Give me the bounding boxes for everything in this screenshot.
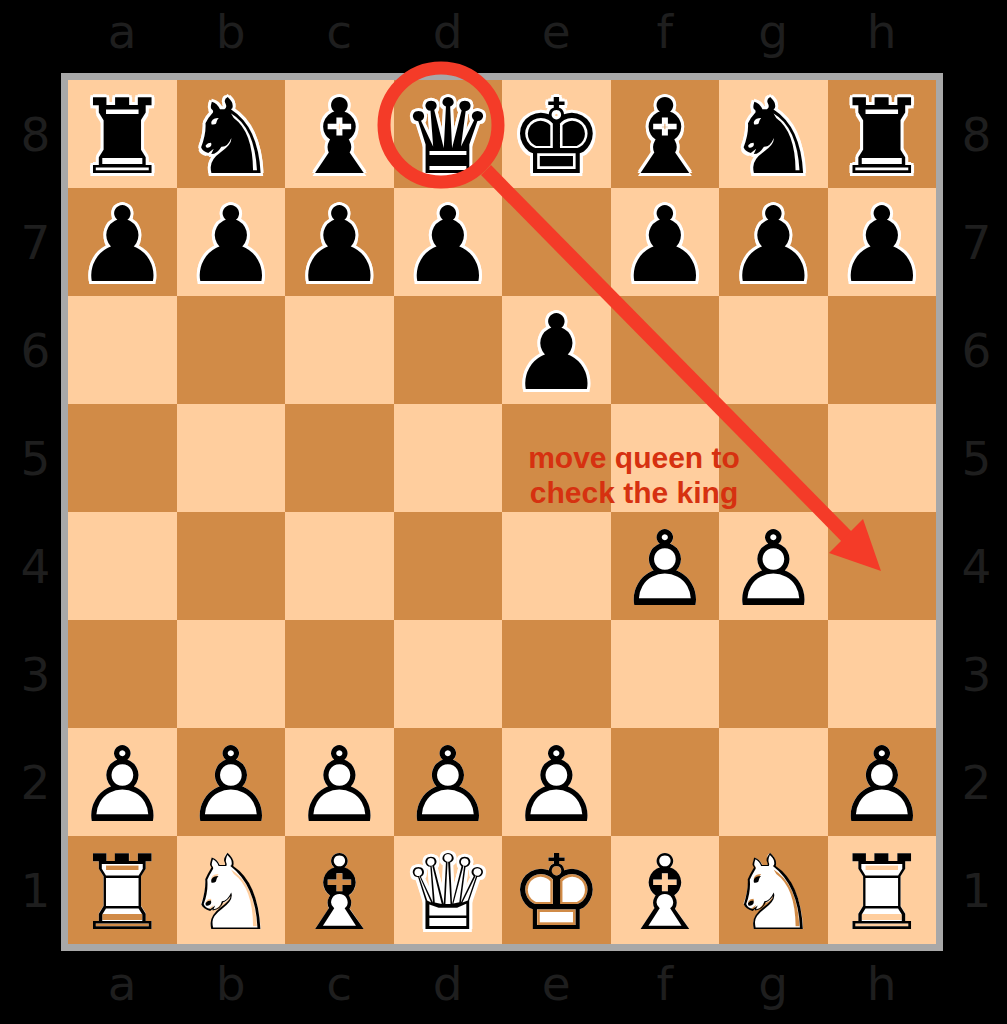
square-a1[interactable]: ♜♖ bbox=[68, 836, 177, 944]
white-king-e1[interactable]: ♚♔ bbox=[510, 841, 603, 945]
square-h2[interactable]: ♟♙ bbox=[828, 728, 937, 836]
chess-board: ♜♞♝♛♚♝♞♜♟♟♟♟♟♟♟♟♟♙♟♙♟♙♟♙♟♙♟♙♟♙♟♙♜♖♞♘♝♗♛♕… bbox=[68, 80, 936, 944]
file-label-d: d bbox=[394, 954, 503, 1012]
square-h6[interactable] bbox=[828, 296, 937, 404]
piece-outline: ♙ bbox=[618, 517, 711, 621]
black-knight-b8[interactable]: ♞ bbox=[184, 85, 277, 189]
rank-label-8: 8 bbox=[949, 80, 1004, 188]
square-d8[interactable]: ♛ bbox=[394, 80, 503, 188]
square-b1[interactable]: ♞♘ bbox=[177, 836, 286, 944]
square-b8[interactable]: ♞ bbox=[177, 80, 286, 188]
square-d3[interactable] bbox=[394, 620, 503, 728]
rank-label-3: 3 bbox=[8, 620, 63, 728]
black-pawn-c7[interactable]: ♟ bbox=[293, 193, 386, 297]
rank-label-5: 5 bbox=[8, 404, 63, 512]
white-rook-h1[interactable]: ♜♖ bbox=[835, 841, 928, 945]
square-e1[interactable]: ♚♔ bbox=[502, 836, 611, 944]
square-g1[interactable]: ♞♘ bbox=[719, 836, 828, 944]
rank-label-1: 1 bbox=[949, 836, 1004, 944]
square-f3[interactable] bbox=[611, 620, 720, 728]
square-b6[interactable] bbox=[177, 296, 286, 404]
square-d4[interactable] bbox=[394, 512, 503, 620]
file-label-a: a bbox=[68, 2, 177, 60]
file-label-d: d bbox=[394, 2, 503, 60]
square-h5[interactable] bbox=[828, 404, 937, 512]
square-g7[interactable]: ♟ bbox=[719, 188, 828, 296]
white-pawn-d2[interactable]: ♟♙ bbox=[401, 733, 494, 837]
square-e5[interactable] bbox=[502, 404, 611, 512]
file-label-e: e bbox=[502, 2, 611, 60]
square-h7[interactable]: ♟ bbox=[828, 188, 937, 296]
white-pawn-e2[interactable]: ♟♙ bbox=[510, 733, 603, 837]
black-bishop-c8[interactable]: ♝ bbox=[293, 85, 386, 189]
chess-diagram: abcdefgh 87654321 ♜♞♝♛♚♝♞♜♟♟♟♟♟♟♟♟♟♙♟♙♟♙… bbox=[0, 0, 1007, 1024]
square-f4[interactable]: ♟♙ bbox=[611, 512, 720, 620]
chess-board-frame: ♜♞♝♛♚♝♞♜♟♟♟♟♟♟♟♟♟♙♟♙♟♙♟♙♟♙♟♙♟♙♟♙♜♖♞♘♝♗♛♕… bbox=[61, 73, 943, 951]
rank-labels-right: 87654321 bbox=[949, 80, 1004, 944]
square-a3[interactable] bbox=[68, 620, 177, 728]
square-b2[interactable]: ♟♙ bbox=[177, 728, 286, 836]
square-f6[interactable] bbox=[611, 296, 720, 404]
rank-label-7: 7 bbox=[8, 188, 63, 296]
square-d2[interactable]: ♟♙ bbox=[394, 728, 503, 836]
black-rook-h8[interactable]: ♜ bbox=[835, 85, 928, 189]
square-e7[interactable] bbox=[502, 188, 611, 296]
black-knight-g8[interactable]: ♞ bbox=[727, 85, 820, 189]
white-pawn-b2[interactable]: ♟♙ bbox=[184, 733, 277, 837]
black-pawn-a7[interactable]: ♟ bbox=[76, 193, 169, 297]
rank-label-2: 2 bbox=[8, 728, 63, 836]
file-label-f: f bbox=[611, 2, 720, 60]
file-label-b: b bbox=[177, 2, 286, 60]
square-e2[interactable]: ♟♙ bbox=[502, 728, 611, 836]
piece-outline: ♖ bbox=[76, 841, 169, 945]
square-a6[interactable] bbox=[68, 296, 177, 404]
white-pawn-f4[interactable]: ♟♙ bbox=[618, 517, 711, 621]
square-d7[interactable]: ♟ bbox=[394, 188, 503, 296]
piece-outline: ♘ bbox=[727, 841, 820, 945]
square-g3[interactable] bbox=[719, 620, 828, 728]
piece-outline: ♘ bbox=[184, 841, 277, 945]
white-queen-d1[interactable]: ♛♕ bbox=[401, 841, 494, 945]
black-bishop-f8[interactable]: ♝ bbox=[618, 85, 711, 189]
file-label-e: e bbox=[502, 954, 611, 1012]
white-rook-a1[interactable]: ♜♖ bbox=[76, 841, 169, 945]
square-g4[interactable]: ♟♙ bbox=[719, 512, 828, 620]
rank-label-5: 5 bbox=[949, 404, 1004, 512]
square-c3[interactable] bbox=[285, 620, 394, 728]
piece-outline: ♙ bbox=[835, 733, 928, 837]
square-g8[interactable]: ♞ bbox=[719, 80, 828, 188]
rank-label-6: 6 bbox=[949, 296, 1004, 404]
piece-outline: ♗ bbox=[293, 841, 386, 945]
square-c4[interactable] bbox=[285, 512, 394, 620]
rank-label-1: 1 bbox=[8, 836, 63, 944]
square-b3[interactable] bbox=[177, 620, 286, 728]
square-h8[interactable]: ♜ bbox=[828, 80, 937, 188]
square-a2[interactable]: ♟♙ bbox=[68, 728, 177, 836]
rank-labels-left: 87654321 bbox=[8, 80, 63, 944]
square-b5[interactable] bbox=[177, 404, 286, 512]
white-knight-g1[interactable]: ♞♘ bbox=[727, 841, 820, 945]
piece-outline: ♙ bbox=[727, 517, 820, 621]
black-king-e8[interactable]: ♚ bbox=[510, 85, 603, 189]
black-queen-d8[interactable]: ♛ bbox=[401, 85, 494, 189]
square-f8[interactable]: ♝ bbox=[611, 80, 720, 188]
piece-outline: ♗ bbox=[618, 841, 711, 945]
piece-outline: ♙ bbox=[401, 733, 494, 837]
piece-outline: ♙ bbox=[510, 733, 603, 837]
white-knight-b1[interactable]: ♞♘ bbox=[184, 841, 277, 945]
rank-label-8: 8 bbox=[8, 80, 63, 188]
square-g5[interactable] bbox=[719, 404, 828, 512]
file-label-g: g bbox=[719, 954, 828, 1012]
square-e3[interactable] bbox=[502, 620, 611, 728]
square-e8[interactable]: ♚ bbox=[502, 80, 611, 188]
black-pawn-h7[interactable]: ♟ bbox=[835, 193, 928, 297]
square-a5[interactable] bbox=[68, 404, 177, 512]
rank-label-6: 6 bbox=[8, 296, 63, 404]
file-label-h: h bbox=[828, 2, 937, 60]
file-label-h: h bbox=[828, 954, 937, 1012]
black-pawn-e6[interactable]: ♟ bbox=[510, 301, 603, 405]
file-label-b: b bbox=[177, 954, 286, 1012]
square-c6[interactable] bbox=[285, 296, 394, 404]
square-f1[interactable]: ♝♗ bbox=[611, 836, 720, 944]
square-c8[interactable]: ♝ bbox=[285, 80, 394, 188]
square-d1[interactable]: ♛♕ bbox=[394, 836, 503, 944]
piece-outline: ♙ bbox=[293, 733, 386, 837]
square-b4[interactable] bbox=[177, 512, 286, 620]
white-bishop-c1[interactable]: ♝♗ bbox=[293, 841, 386, 945]
square-a8[interactable]: ♜ bbox=[68, 80, 177, 188]
square-f7[interactable]: ♟ bbox=[611, 188, 720, 296]
piece-outline: ♙ bbox=[184, 733, 277, 837]
square-h4[interactable] bbox=[828, 512, 937, 620]
rank-label-4: 4 bbox=[949, 512, 1004, 620]
file-label-g: g bbox=[719, 2, 828, 60]
black-pawn-g7[interactable]: ♟ bbox=[727, 193, 820, 297]
square-d5[interactable] bbox=[394, 404, 503, 512]
rank-label-2: 2 bbox=[949, 728, 1004, 836]
black-pawn-f7[interactable]: ♟ bbox=[618, 193, 711, 297]
square-c5[interactable] bbox=[285, 404, 394, 512]
white-pawn-g4[interactable]: ♟♙ bbox=[727, 517, 820, 621]
file-label-f: f bbox=[611, 954, 720, 1012]
square-f5[interactable] bbox=[611, 404, 720, 512]
piece-outline: ♖ bbox=[835, 841, 928, 945]
square-d6[interactable] bbox=[394, 296, 503, 404]
square-c7[interactable]: ♟ bbox=[285, 188, 394, 296]
rank-label-7: 7 bbox=[949, 188, 1004, 296]
square-e4[interactable] bbox=[502, 512, 611, 620]
square-a7[interactable]: ♟ bbox=[68, 188, 177, 296]
file-label-c: c bbox=[285, 954, 394, 1012]
square-c1[interactable]: ♝♗ bbox=[285, 836, 394, 944]
rank-label-3: 3 bbox=[949, 620, 1004, 728]
square-e6[interactable]: ♟ bbox=[502, 296, 611, 404]
file-label-a: a bbox=[68, 954, 177, 1012]
piece-outline: ♔ bbox=[510, 841, 603, 945]
square-a4[interactable] bbox=[68, 512, 177, 620]
square-c2[interactable]: ♟♙ bbox=[285, 728, 394, 836]
square-h1[interactable]: ♜♖ bbox=[828, 836, 937, 944]
white-pawn-a2[interactable]: ♟♙ bbox=[76, 733, 169, 837]
square-g2[interactable] bbox=[719, 728, 828, 836]
square-g6[interactable] bbox=[719, 296, 828, 404]
white-pawn-c2[interactable]: ♟♙ bbox=[293, 733, 386, 837]
rank-label-4: 4 bbox=[8, 512, 63, 620]
piece-outline: ♕ bbox=[401, 841, 494, 945]
black-pawn-d7[interactable]: ♟ bbox=[401, 193, 494, 297]
black-pawn-b7[interactable]: ♟ bbox=[184, 193, 277, 297]
black-rook-a8[interactable]: ♜ bbox=[76, 85, 169, 189]
file-labels-top: abcdefgh bbox=[68, 2, 936, 60]
square-f2[interactable] bbox=[611, 728, 720, 836]
white-pawn-h2[interactable]: ♟♙ bbox=[835, 733, 928, 837]
square-b7[interactable]: ♟ bbox=[177, 188, 286, 296]
piece-outline: ♙ bbox=[76, 733, 169, 837]
file-labels-bottom: abcdefgh bbox=[68, 954, 936, 1012]
file-label-c: c bbox=[285, 2, 394, 60]
white-bishop-f1[interactable]: ♝♗ bbox=[618, 841, 711, 945]
square-h3[interactable] bbox=[828, 620, 937, 728]
